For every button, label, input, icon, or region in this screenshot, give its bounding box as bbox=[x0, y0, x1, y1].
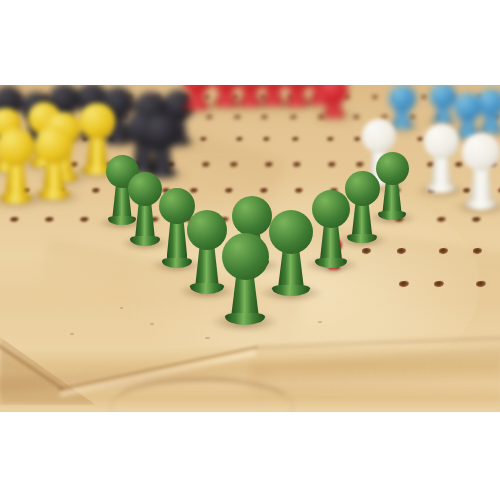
letterbox-top bbox=[0, 0, 500, 85]
photo-canvas bbox=[0, 0, 500, 500]
photo bbox=[0, 85, 500, 412]
peg-head bbox=[312, 190, 350, 228]
peg-green[interactable] bbox=[269, 210, 313, 296]
green-player-pegs bbox=[0, 85, 500, 412]
peg-green[interactable] bbox=[312, 190, 350, 268]
peg-green[interactable] bbox=[376, 152, 409, 220]
peg-head bbox=[222, 233, 269, 280]
peg-head bbox=[269, 210, 313, 254]
peg-head bbox=[128, 172, 162, 206]
letterbox-bottom bbox=[0, 412, 500, 500]
peg-head bbox=[232, 196, 272, 236]
peg-head bbox=[376, 152, 409, 185]
peg-green[interactable] bbox=[222, 233, 269, 325]
peg-green[interactable] bbox=[128, 172, 162, 246]
